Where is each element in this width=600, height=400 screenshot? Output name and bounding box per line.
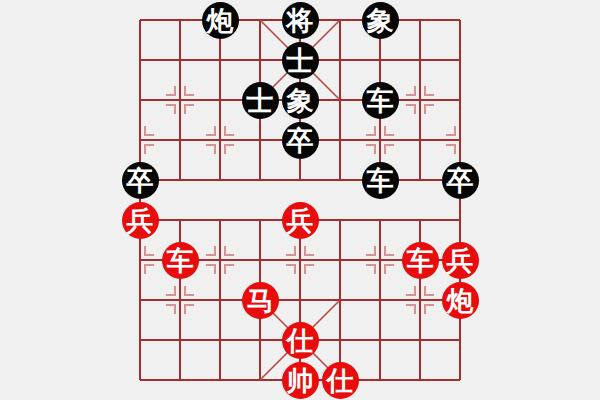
piece-red-chariot[interactable]: 车 (162, 242, 199, 279)
piece-red-advisor[interactable]: 仕 (322, 362, 359, 399)
piece-red-chariot[interactable]: 车 (402, 242, 439, 279)
piece-black-elephant[interactable]: 象 (282, 82, 319, 119)
piece-black-advisor[interactable]: 士 (282, 42, 319, 79)
piece-black-pawn[interactable]: 卒 (282, 122, 319, 159)
piece-black-pawn[interactable]: 卒 (442, 162, 479, 199)
piece-black-cannon[interactable]: 炮 (202, 2, 239, 39)
piece-red-cannon[interactable]: 炮 (442, 282, 479, 319)
piece-red-pawn[interactable]: 兵 (282, 202, 319, 239)
piece-black-chariot[interactable]: 车 (362, 82, 399, 119)
piece-red-horse[interactable]: 马 (242, 282, 279, 319)
piece-red-advisor[interactable]: 仕 (282, 322, 319, 359)
piece-red-general[interactable]: 帅 (282, 362, 319, 399)
xiangqi-board[interactable]: 炮将象士士象车卒卒车卒兵兵车车兵马炮仕帅仕 (120, 0, 480, 400)
piece-black-advisor[interactable]: 士 (242, 82, 279, 119)
piece-black-general[interactable]: 将 (282, 2, 319, 39)
piece-black-pawn[interactable]: 卒 (122, 162, 159, 199)
piece-red-pawn[interactable]: 兵 (442, 242, 479, 279)
piece-black-elephant[interactable]: 象 (362, 2, 399, 39)
piece-red-pawn[interactable]: 兵 (122, 202, 159, 239)
piece-black-chariot[interactable]: 车 (362, 162, 399, 199)
xiangqi-app: 炮将象士士象车卒卒车卒兵兵车车兵马炮仕帅仕 (0, 0, 600, 400)
